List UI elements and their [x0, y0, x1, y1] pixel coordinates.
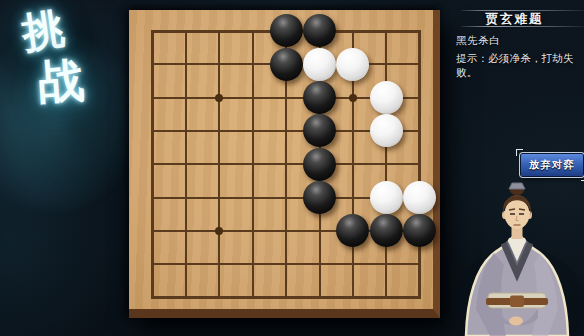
stone-black: [370, 214, 403, 247]
board-cell: [269, 48, 302, 81]
challenge-char-1: 挑: [19, 7, 66, 54]
go-board[interactable]: [129, 10, 440, 318]
challenge-char-2: 战: [36, 56, 85, 105]
board-cell: [269, 14, 302, 47]
board-cell: [370, 181, 403, 214]
board-cell: [370, 214, 403, 247]
game-screen: 挑 战 贾玄难题 黑先杀白 提示：必须净杀，打劫失败。 放弃对弈: [0, 0, 584, 336]
title-rule-bottom: [461, 26, 584, 27]
npc-portrait: [450, 181, 584, 336]
stone-black: [336, 214, 369, 247]
board-cell: [370, 114, 403, 147]
board-cell: [403, 181, 436, 214]
board-cell: [303, 48, 336, 81]
hint-text: 提示：必须净杀，打劫失败。: [456, 52, 582, 80]
resign-button[interactable]: 放弃对弈: [521, 154, 583, 176]
board-cell: [370, 81, 403, 114]
board-cell: [303, 114, 336, 147]
board-cell: [403, 214, 436, 247]
challenge-banner: 挑 战: [4, 2, 114, 172]
board-cell: [336, 214, 369, 247]
stone-white: [370, 181, 403, 214]
stone-black: [303, 181, 336, 214]
stone-black: [303, 114, 336, 147]
objective-text: 黑先杀白: [456, 34, 500, 48]
stone-white: [403, 181, 436, 214]
stone-black: [270, 48, 303, 81]
stone-white: [370, 114, 403, 147]
board-cell: [303, 81, 336, 114]
board-cell: [303, 181, 336, 214]
stone-grid: [136, 14, 437, 314]
stone-white: [303, 48, 336, 81]
board-cell: [303, 148, 336, 181]
stone-black: [403, 214, 436, 247]
stone-black: [303, 14, 336, 47]
stone-black: [303, 81, 336, 114]
board-cell: [336, 48, 369, 81]
stone-white: [336, 48, 369, 81]
stone-white: [370, 81, 403, 114]
board-cell: [303, 14, 336, 47]
stone-black: [303, 148, 336, 181]
stone-black: [270, 14, 303, 47]
